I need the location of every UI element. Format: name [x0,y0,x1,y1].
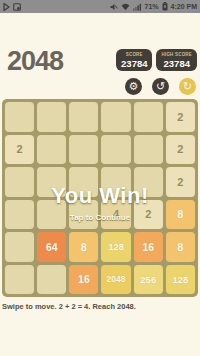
settings-button[interactable]: ⚙ [125,78,142,95]
screenshot-icon [13,3,21,11]
header: 2048 SCORE 23784 HIGH SCORE 23784 ⚙ ↺ [0,13,200,95]
battery-percent-text: 71% [145,3,159,10]
status-bar-left [3,3,21,11]
instructions-text: Swipe to move. 2 + 2 = 4. Reach 2048. [2,302,200,311]
score-label: SCORE [121,52,147,57]
play-icon [3,3,10,11]
controls: ⚙ ↺ ↻ [125,78,197,95]
score-value: 23784 [121,58,147,69]
gear-icon: ⚙ [129,81,139,92]
status-bar: 71% 4:20 PM [0,0,200,13]
score-box: SCORE 23784 [116,49,152,71]
battery-icon [162,2,168,11]
high-score-label: HIGH SCORE [161,52,192,57]
clock-text: 4:20 PM [171,3,197,10]
board-2048[interactable]: 2222428648128168162048256128 You Win! Ta… [2,99,198,297]
undo-icon: ↺ [156,81,165,92]
app-title: 2048 [7,49,63,73]
tap-to-continue[interactable]: Tap to Continue [70,213,130,222]
header-right: SCORE 23784 HIGH SCORE 23784 ⚙ ↺ ↻ [116,49,197,95]
high-score-box: HIGH SCORE 23784 [156,49,197,71]
status-bar-right: 71% 4:20 PM [110,2,197,11]
wifi-icon [121,3,130,11]
new-game-button[interactable]: ↻ [179,78,196,95]
undo-button[interactable]: ↺ [152,78,169,95]
scores: SCORE 23784 HIGH SCORE 23784 [116,49,197,71]
high-score-value: 23784 [161,58,192,69]
app-screen: 71% 4:20 PM 2048 SCORE 23784 HIGH SCORE … [0,0,200,356]
win-overlay[interactable]: You Win! Tap to Continue [2,99,198,297]
signal-icon [133,3,142,11]
win-title: You Win! [51,183,148,209]
mute-icon [110,3,118,11]
refresh-icon: ↻ [183,81,192,92]
